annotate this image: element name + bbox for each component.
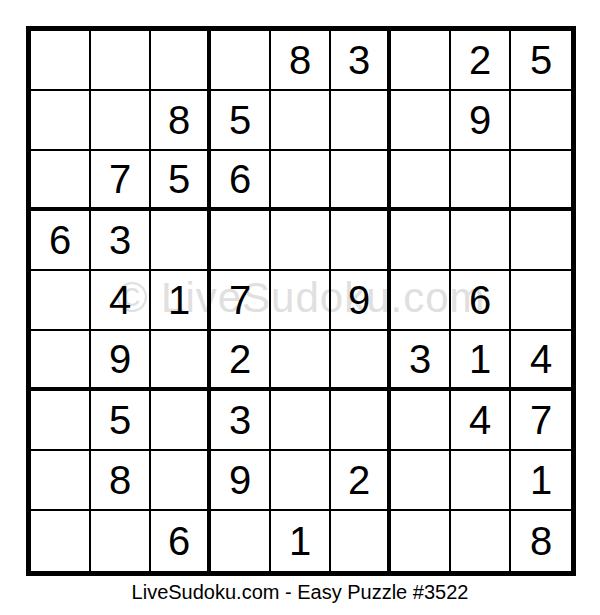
sudoku-board: © LiveSudoku.com 83258597566341796923145… bbox=[26, 26, 576, 576]
cell-r9c6-empty[interactable] bbox=[331, 511, 391, 571]
cell-r6c9-given-4[interactable]: 4 bbox=[511, 331, 571, 391]
cell-r6c5-empty[interactable] bbox=[271, 331, 331, 391]
cell-r8c2-given-8[interactable]: 8 bbox=[91, 451, 151, 511]
cell-r3c6-empty[interactable] bbox=[331, 151, 391, 211]
cell-r2c3-given-8[interactable]: 8 bbox=[151, 91, 211, 151]
cell-r2c6-empty[interactable] bbox=[331, 91, 391, 151]
cell-r5c4-given-7[interactable]: 7 bbox=[211, 271, 271, 331]
cell-r2c9-empty[interactable] bbox=[511, 91, 571, 151]
cell-r4c9-empty[interactable] bbox=[511, 211, 571, 271]
cell-r7c5-empty[interactable] bbox=[271, 391, 331, 451]
cell-r8c9-given-1[interactable]: 1 bbox=[511, 451, 571, 511]
cell-r4c4-empty[interactable] bbox=[211, 211, 271, 271]
cell-r8c7-empty[interactable] bbox=[391, 451, 451, 511]
cell-r1c1-empty[interactable] bbox=[31, 31, 91, 91]
cell-r1c2-empty[interactable] bbox=[91, 31, 151, 91]
cell-r2c1-empty[interactable] bbox=[31, 91, 91, 151]
cell-r7c7-empty[interactable] bbox=[391, 391, 451, 451]
cell-r8c8-empty[interactable] bbox=[451, 451, 511, 511]
cell-r6c2-given-9[interactable]: 9 bbox=[91, 331, 151, 391]
cell-r6c6-empty[interactable] bbox=[331, 331, 391, 391]
cell-r1c8-given-2[interactable]: 2 bbox=[451, 31, 511, 91]
cell-r5c1-empty[interactable] bbox=[31, 271, 91, 331]
cell-r9c2-empty[interactable] bbox=[91, 511, 151, 571]
cell-r3c8-empty[interactable] bbox=[451, 151, 511, 211]
cell-r6c4-given-2[interactable]: 2 bbox=[211, 331, 271, 391]
cell-r1c7-empty[interactable] bbox=[391, 31, 451, 91]
cell-r7c3-empty[interactable] bbox=[151, 391, 211, 451]
cell-r1c9-given-5[interactable]: 5 bbox=[511, 31, 571, 91]
cell-r5c9-empty[interactable] bbox=[511, 271, 571, 331]
cell-r3c5-empty[interactable] bbox=[271, 151, 331, 211]
cell-r8c5-empty[interactable] bbox=[271, 451, 331, 511]
cell-r5c7-empty[interactable] bbox=[391, 271, 451, 331]
sudoku-grid: 832585975663417969231453478921618 bbox=[26, 26, 576, 576]
cell-r7c9-given-7[interactable]: 7 bbox=[511, 391, 571, 451]
cell-r4c7-empty[interactable] bbox=[391, 211, 451, 271]
cell-r8c6-given-2[interactable]: 2 bbox=[331, 451, 391, 511]
cell-r5c5-empty[interactable] bbox=[271, 271, 331, 331]
cell-r2c5-empty[interactable] bbox=[271, 91, 331, 151]
cell-r3c4-given-6[interactable]: 6 bbox=[211, 151, 271, 211]
cell-r6c7-given-3[interactable]: 3 bbox=[391, 331, 451, 391]
cell-r3c1-empty[interactable] bbox=[31, 151, 91, 211]
cell-r3c7-empty[interactable] bbox=[391, 151, 451, 211]
cell-r8c4-given-9[interactable]: 9 bbox=[211, 451, 271, 511]
cell-r4c5-empty[interactable] bbox=[271, 211, 331, 271]
cell-r7c6-empty[interactable] bbox=[331, 391, 391, 451]
cell-r7c8-given-4[interactable]: 4 bbox=[451, 391, 511, 451]
cell-r6c3-empty[interactable] bbox=[151, 331, 211, 391]
cell-r7c1-empty[interactable] bbox=[31, 391, 91, 451]
cell-r6c1-empty[interactable] bbox=[31, 331, 91, 391]
sudoku-page: © LiveSudoku.com 83258597566341796923145… bbox=[0, 0, 600, 615]
cell-r9c4-empty[interactable] bbox=[211, 511, 271, 571]
cell-r2c4-given-5[interactable]: 5 bbox=[211, 91, 271, 151]
cell-r4c8-empty[interactable] bbox=[451, 211, 511, 271]
cell-r4c1-given-6[interactable]: 6 bbox=[31, 211, 91, 271]
cell-r4c2-given-3[interactable]: 3 bbox=[91, 211, 151, 271]
cell-r1c6-given-3[interactable]: 3 bbox=[331, 31, 391, 91]
cell-r9c5-given-1[interactable]: 1 bbox=[271, 511, 331, 571]
cell-r9c1-empty[interactable] bbox=[31, 511, 91, 571]
cell-r3c2-given-7[interactable]: 7 bbox=[91, 151, 151, 211]
cell-r1c5-given-8[interactable]: 8 bbox=[271, 31, 331, 91]
cell-r8c1-empty[interactable] bbox=[31, 451, 91, 511]
cell-r1c3-empty[interactable] bbox=[151, 31, 211, 91]
cell-r6c8-given-1[interactable]: 1 bbox=[451, 331, 511, 391]
cell-r3c9-empty[interactable] bbox=[511, 151, 571, 211]
cell-r9c8-empty[interactable] bbox=[451, 511, 511, 571]
cell-r4c6-empty[interactable] bbox=[331, 211, 391, 271]
cell-r9c9-given-8[interactable]: 8 bbox=[511, 511, 571, 571]
cell-r8c3-empty[interactable] bbox=[151, 451, 211, 511]
cell-r5c6-given-9[interactable]: 9 bbox=[331, 271, 391, 331]
cell-r7c4-given-3[interactable]: 3 bbox=[211, 391, 271, 451]
cell-r5c2-given-4[interactable]: 4 bbox=[91, 271, 151, 331]
cell-r1c4-empty[interactable] bbox=[211, 31, 271, 91]
cell-r2c2-empty[interactable] bbox=[91, 91, 151, 151]
cell-r3c3-given-5[interactable]: 5 bbox=[151, 151, 211, 211]
cell-r7c2-given-5[interactable]: 5 bbox=[91, 391, 151, 451]
cell-r2c8-given-9[interactable]: 9 bbox=[451, 91, 511, 151]
cell-r9c3-given-6[interactable]: 6 bbox=[151, 511, 211, 571]
cell-r5c3-given-1[interactable]: 1 bbox=[151, 271, 211, 331]
cell-r4c3-empty[interactable] bbox=[151, 211, 211, 271]
cell-r2c7-empty[interactable] bbox=[391, 91, 451, 151]
puzzle-caption: LiveSudoku.com - Easy Puzzle #3522 bbox=[0, 581, 600, 604]
cell-r9c7-empty[interactable] bbox=[391, 511, 451, 571]
cell-r5c8-given-6[interactable]: 6 bbox=[451, 271, 511, 331]
